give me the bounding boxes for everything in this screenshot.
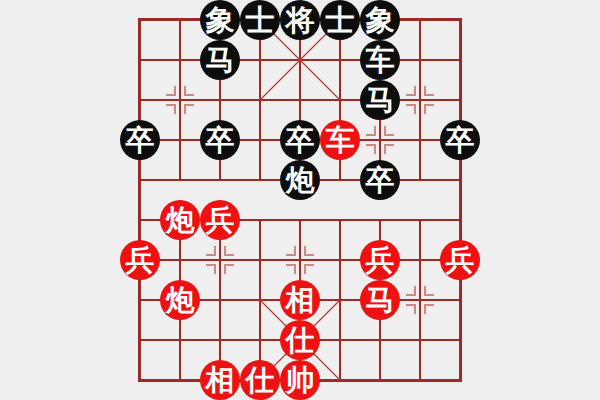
intersection-0-9[interactable] (120, 360, 160, 400)
intersection-3-4[interactable] (240, 160, 280, 200)
piece-black-soldier[interactable]: 卒 (440, 120, 480, 160)
piece-black-advisor[interactable]: 士 (240, 0, 280, 40)
intersection-8-0[interactable] (440, 0, 480, 40)
intersection-4-6[interactable] (280, 240, 320, 280)
intersection-3-5[interactable] (240, 200, 280, 240)
piece-red-elephant[interactable]: 相 (280, 280, 320, 320)
piece-red-soldier[interactable]: 兵 (120, 240, 160, 280)
piece-red-soldier[interactable]: 兵 (360, 240, 400, 280)
piece-red-chariot[interactable]: 车 (320, 120, 360, 160)
intersection-1-1[interactable] (160, 40, 200, 80)
intersection-7-1[interactable] (400, 40, 440, 80)
intersection-5-4[interactable] (320, 160, 360, 200)
intersection-2-7[interactable] (200, 280, 240, 320)
piece-red-cannon[interactable]: 炮 (160, 200, 200, 240)
piece-black-soldier[interactable]: 卒 (200, 120, 240, 160)
piece-black-general[interactable]: 将 (280, 0, 320, 40)
piece-black-soldier[interactable]: 卒 (280, 120, 320, 160)
intersection-2-6[interactable] (200, 240, 240, 280)
intersection-8-2[interactable] (440, 80, 480, 120)
intersection-1-8[interactable] (160, 320, 200, 360)
intersection-3-3[interactable] (240, 120, 280, 160)
intersection-8-1[interactable] (440, 40, 480, 80)
intersection-7-9[interactable] (400, 360, 440, 400)
intersection-3-7[interactable] (240, 280, 280, 320)
intersection-1-4[interactable] (160, 160, 200, 200)
piece-black-chariot[interactable]: 车 (360, 40, 400, 80)
intersection-1-9[interactable] (160, 360, 200, 400)
piece-red-advisor[interactable]: 仕 (240, 360, 280, 400)
piece-red-advisor[interactable]: 仕 (280, 320, 320, 360)
xiangqi-board-screenshot: 象士将士象马车马卒卒卒车卒炮卒炮兵兵兵兵炮相马仕相仕帅 (0, 0, 600, 400)
intersection-7-4[interactable] (400, 160, 440, 200)
intersection-3-1[interactable] (240, 40, 280, 80)
intersection-3-8[interactable] (240, 320, 280, 360)
intersection-7-3[interactable] (400, 120, 440, 160)
intersection-6-8[interactable] (360, 320, 400, 360)
intersection-6-5[interactable] (360, 200, 400, 240)
intersection-6-9[interactable] (360, 360, 400, 400)
piece-red-elephant[interactable]: 相 (200, 360, 240, 400)
intersection-4-1[interactable] (280, 40, 320, 80)
piece-black-cannon[interactable]: 炮 (280, 160, 320, 200)
intersection-5-5[interactable] (320, 200, 360, 240)
intersection-0-5[interactable] (120, 200, 160, 240)
intersection-0-4[interactable] (120, 160, 160, 200)
intersection-0-2[interactable] (120, 80, 160, 120)
piece-red-cannon[interactable]: 炮 (160, 280, 200, 320)
intersection-8-9[interactable] (440, 360, 480, 400)
intersection-2-8[interactable] (200, 320, 240, 360)
intersection-2-4[interactable] (200, 160, 240, 200)
intersection-5-9[interactable] (320, 360, 360, 400)
intersection-5-2[interactable] (320, 80, 360, 120)
intersection-7-5[interactable] (400, 200, 440, 240)
piece-red-horse[interactable]: 马 (360, 280, 400, 320)
piece-black-elephant[interactable]: 象 (200, 0, 240, 40)
intersection-5-6[interactable] (320, 240, 360, 280)
intersection-1-0[interactable] (160, 0, 200, 40)
intersection-2-2[interactable] (200, 80, 240, 120)
intersection-0-7[interactable] (120, 280, 160, 320)
piece-black-horse[interactable]: 马 (360, 80, 400, 120)
intersection-6-3[interactable] (360, 120, 400, 160)
intersection-5-7[interactable] (320, 280, 360, 320)
intersection-7-7[interactable] (400, 280, 440, 320)
intersection-5-1[interactable] (320, 40, 360, 80)
intersection-8-8[interactable] (440, 320, 480, 360)
intersection-3-2[interactable] (240, 80, 280, 120)
intersection-8-7[interactable] (440, 280, 480, 320)
xiangqi-board: 象士将士象马车马卒卒卒车卒炮卒炮兵兵兵兵炮相马仕相仕帅 (120, 0, 480, 400)
intersection-0-1[interactable] (120, 40, 160, 80)
intersection-3-6[interactable] (240, 240, 280, 280)
intersection-5-8[interactable] (320, 320, 360, 360)
piece-black-horse[interactable]: 马 (200, 40, 240, 80)
intersection-0-8[interactable] (120, 320, 160, 360)
intersection-4-5[interactable] (280, 200, 320, 240)
intersection-7-6[interactable] (400, 240, 440, 280)
intersection-1-2[interactable] (160, 80, 200, 120)
intersection-1-6[interactable] (160, 240, 200, 280)
piece-black-advisor[interactable]: 士 (320, 0, 360, 40)
intersection-7-8[interactable] (400, 320, 440, 360)
intersection-7-0[interactable] (400, 0, 440, 40)
piece-black-soldier[interactable]: 卒 (360, 160, 400, 200)
piece-red-soldier[interactable]: 兵 (440, 240, 480, 280)
intersection-1-3[interactable] (160, 120, 200, 160)
piece-black-soldier[interactable]: 卒 (120, 120, 160, 160)
intersection-7-2[interactable] (400, 80, 440, 120)
piece-red-soldier[interactable]: 兵 (200, 200, 240, 240)
piece-black-elephant[interactable]: 象 (360, 0, 400, 40)
intersection-8-4[interactable] (440, 160, 480, 200)
intersection-0-0[interactable] (120, 0, 160, 40)
piece-red-general[interactable]: 帅 (280, 360, 320, 400)
intersection-8-5[interactable] (440, 200, 480, 240)
intersection-4-2[interactable] (280, 80, 320, 120)
